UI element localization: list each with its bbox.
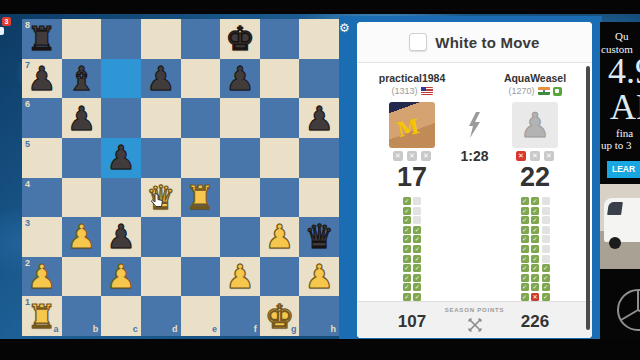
result-empty-box — [542, 197, 550, 205]
player-rating-row: (1270) — [480, 86, 590, 96]
board-square-e5[interactable] — [181, 138, 221, 178]
top-letterbox-bar — [0, 0, 640, 14]
board-square-g6[interactable] — [260, 98, 300, 138]
panel-scrollbar[interactable] — [586, 66, 590, 330]
board-square-c8[interactable] — [101, 19, 141, 59]
board-square-b6[interactable]: ♟ — [62, 98, 102, 138]
player-name[interactable]: AquaWeasel — [480, 72, 590, 84]
board-square-e3[interactable] — [181, 217, 221, 257]
result-correct-icon: ✓ — [403, 255, 411, 263]
board-square-g4[interactable] — [260, 178, 300, 218]
white-pawn[interactable]: ♟ — [101, 257, 141, 297]
board-square-a8[interactable]: 8♜ — [22, 19, 62, 59]
white-pawn[interactable]: ♟ — [62, 217, 102, 257]
puzzle-battle-panel: White to Move practical1984 (1313) M ✕✕✕… — [357, 22, 592, 338]
result-empty-box — [542, 207, 550, 215]
result-empty-box — [542, 235, 550, 243]
india-flag-icon — [538, 87, 550, 95]
chess-board[interactable]: 8♜♚7♟♝♟♟6♟♟5♟4♛♜3♟♟♟♛2♟♟♟♟1a♜bcdefg♚h — [22, 19, 339, 336]
result-correct-icon: ✓ — [521, 293, 529, 301]
file-label: d — [172, 325, 178, 334]
board-square-c5[interactable]: ♟ — [101, 138, 141, 178]
result-correct-icon: ✓ — [413, 255, 421, 263]
result-correct-icon: ✓ — [521, 207, 529, 215]
van-image — [600, 184, 640, 269]
result-row: ✓✓ — [357, 293, 467, 301]
white-pawn[interactable]: ♟ — [22, 257, 62, 297]
result-row: ✓✓ — [480, 235, 590, 243]
result-correct-icon: ✓ — [413, 283, 421, 291]
file-label: h — [331, 325, 337, 334]
result-correct-icon: ✓ — [542, 293, 550, 301]
result-empty-box — [413, 197, 421, 205]
board-square-f5[interactable] — [220, 138, 260, 178]
board-square-b5[interactable] — [62, 138, 102, 178]
board-square-g7[interactable] — [260, 59, 300, 99]
cursor-hand-icon — [149, 192, 165, 208]
learn-more-button[interactable]: LEAR — [607, 161, 640, 178]
file-label: b — [93, 325, 99, 334]
result-correct-icon: ✓ — [413, 235, 421, 243]
result-empty-box — [542, 255, 550, 263]
result-correct-icon: ✓ — [531, 264, 539, 272]
result-correct-icon: ✓ — [413, 264, 421, 272]
result-correct-icon: ✓ — [403, 216, 411, 224]
result-correct-icon: ✓ — [403, 274, 411, 282]
result-row: ✓✓ — [357, 274, 467, 282]
file-label: e — [212, 325, 217, 334]
board-square-h2[interactable]: ♟ — [299, 257, 339, 297]
file-label: f — [254, 325, 257, 334]
board-square-c4[interactable] — [101, 178, 141, 218]
result-row: ✓✓ — [480, 255, 590, 263]
board-square-h6[interactable]: ♟ — [299, 98, 339, 138]
result-correct-icon: ✓ — [521, 216, 529, 224]
result-correct-icon: ✓ — [413, 274, 421, 282]
board-square-f8[interactable]: ♚ — [220, 19, 260, 59]
result-correct-icon: ✓ — [542, 274, 550, 282]
result-row: ✓ — [357, 197, 467, 205]
board-square-h5[interactable] — [299, 138, 339, 178]
result-row: ✓✓ — [357, 245, 467, 253]
result-row: ✓ — [357, 207, 467, 215]
result-correct-icon: ✓ — [542, 283, 550, 291]
result-empty-box — [413, 207, 421, 215]
board-square-b8[interactable] — [62, 19, 102, 59]
result-row: ✓✓ — [480, 207, 590, 215]
result-correct-icon: ✓ — [521, 255, 529, 263]
strike-unused-icon: ✕ — [393, 151, 403, 161]
black-king[interactable]: ♚ — [220, 19, 260, 59]
season-footer: SEASON POINTS 107 226 — [357, 301, 592, 338]
result-row: ✓✓ — [357, 255, 467, 263]
board-square-h8[interactable] — [299, 19, 339, 59]
board-square-a5[interactable]: 5 — [22, 138, 62, 178]
result-correct-icon: ✓ — [531, 216, 539, 224]
result-row: ✓✓✓ — [480, 283, 590, 291]
board-square-f4[interactable] — [220, 178, 260, 218]
board-square-g1[interactable]: g♚ — [260, 296, 300, 336]
to-move-title: White to Move — [435, 34, 539, 51]
player-avatar: ♟ — [512, 102, 558, 148]
result-row: ✓ — [357, 216, 467, 224]
result-row: ✓✓ — [480, 245, 590, 253]
player-rating: (1270) — [508, 86, 534, 96]
to-move-header: White to Move — [357, 22, 592, 63]
result-correct-icon: ✓ — [413, 293, 421, 301]
board-square-d5[interactable] — [141, 138, 181, 178]
result-empty-box — [542, 226, 550, 234]
result-correct-icon: ✓ — [403, 293, 411, 301]
result-correct-icon: ✓ — [521, 264, 529, 272]
player-score: 17 — [357, 162, 467, 193]
board-square-a2[interactable]: 2♟ — [22, 257, 62, 297]
result-correct-icon: ✓ — [403, 264, 411, 272]
result-row: ✓✓✓ — [480, 264, 590, 272]
result-correct-icon: ✓ — [521, 245, 529, 253]
board-square-d1[interactable]: d — [141, 296, 181, 336]
strike-unused-icon: ✕ — [544, 151, 554, 161]
board-square-d2[interactable] — [141, 257, 181, 297]
board-square-f1[interactable]: f — [220, 296, 260, 336]
ad-text-line: fina — [616, 127, 633, 139]
file-label: c — [133, 325, 138, 334]
strike-unused-icon: ✕ — [421, 151, 431, 161]
result-correct-icon: ✓ — [403, 207, 411, 215]
result-correct-icon: ✓ — [531, 283, 539, 291]
season-points-value: 226 — [480, 312, 590, 332]
board-square-g2[interactable] — [260, 257, 300, 297]
white-side-icon — [409, 33, 427, 51]
ad-text-line: up to 3 — [601, 139, 632, 151]
black-rook[interactable]: ♜ — [22, 19, 62, 59]
board-square-h1[interactable]: h — [299, 296, 339, 336]
result-row: ✓✓✓ — [480, 274, 590, 282]
black-bishop[interactable]: ♝ — [62, 59, 102, 99]
board-square-f2[interactable]: ♟ — [220, 257, 260, 297]
board-square-h7[interactable] — [299, 59, 339, 99]
white-pawn[interactable]: ♟ — [260, 217, 300, 257]
board-square-a7[interactable]: 7♟ — [22, 59, 62, 99]
board-square-a1[interactable]: 1a♜ — [22, 296, 62, 336]
player-rating: (1313) — [391, 86, 417, 96]
board-square-b2[interactable] — [62, 257, 102, 297]
board-square-e2[interactable] — [181, 257, 221, 297]
rank-label: 3 — [25, 219, 30, 228]
result-correct-icon: ✓ — [531, 274, 539, 282]
board-square-c1[interactable]: c — [101, 296, 141, 336]
black-queen[interactable]: ♛ — [299, 217, 339, 257]
white-rook[interactable]: ♜ — [22, 296, 62, 336]
result-correct-icon: ✓ — [531, 207, 539, 215]
ad-text-line: AP — [610, 86, 640, 128]
strike-unused-icon: ✕ — [530, 151, 540, 161]
board-square-a3[interactable]: 3 — [22, 217, 62, 257]
us-flag-icon — [421, 87, 433, 95]
board-square-d6[interactable] — [141, 98, 181, 138]
result-row: ✓✓ — [357, 283, 467, 291]
board-square-e6[interactable] — [181, 98, 221, 138]
lightning-icon — [459, 112, 489, 138]
white-rook[interactable]: ♜ — [181, 178, 221, 218]
strike-unused-icon: ✕ — [407, 151, 417, 161]
settings-gear-icon[interactable]: ⚙ — [338, 22, 351, 35]
result-empty-box — [542, 245, 550, 253]
mercedes-logo-icon — [616, 288, 640, 332]
board-square-c3[interactable]: ♟ — [101, 217, 141, 257]
result-wrong-icon: ✕ — [531, 293, 539, 301]
board-square-a6[interactable]: 6 — [22, 98, 62, 138]
notification-badge: 3 — [2, 17, 11, 26]
rank-label: 5 — [25, 140, 30, 149]
strike-used-icon: ✕ — [516, 151, 526, 161]
board-square-d3[interactable] — [141, 217, 181, 257]
board-square-f7[interactable]: ♟ — [220, 59, 260, 99]
ad-text-line: Qu — [615, 30, 628, 42]
result-correct-icon: ✓ — [521, 274, 529, 282]
white-pawn[interactable]: ♟ — [299, 257, 339, 297]
result-row: ✓✓ — [480, 216, 590, 224]
board-square-g5[interactable] — [260, 138, 300, 178]
result-row: ✓✓ — [357, 226, 467, 234]
board-square-e4[interactable]: ♜ — [181, 178, 221, 218]
puzzle-results-grid: ✓✓✓✓✓✓✓✓✓✓✓✓✓✓✓✓✓✓✓ — [357, 197, 467, 301]
result-correct-icon: ✓ — [531, 255, 539, 263]
result-correct-icon: ✓ — [521, 235, 529, 243]
result-correct-icon: ✓ — [521, 197, 529, 205]
result-correct-icon: ✓ — [542, 264, 550, 272]
bottom-letterbox-bar — [0, 339, 640, 360]
rank-label: 4 — [25, 180, 30, 189]
board-square-g8[interactable] — [260, 19, 300, 59]
default-pawn-avatar-icon: ♟ — [520, 108, 550, 142]
board-square-f3[interactable] — [220, 217, 260, 257]
result-empty-box — [542, 216, 550, 224]
white-king[interactable]: ♚ — [260, 296, 300, 336]
result-row: ✓✓ — [480, 226, 590, 234]
board-square-h4[interactable] — [299, 178, 339, 218]
board-square-b3[interactable]: ♟ — [62, 217, 102, 257]
result-correct-icon: ✓ — [531, 245, 539, 253]
membership-badge-icon — [553, 87, 562, 96]
black-pawn[interactable]: ♟ — [22, 59, 62, 99]
player-rating-row: (1313) — [357, 86, 467, 96]
board-square-c6[interactable] — [101, 98, 141, 138]
black-pawn[interactable]: ♟ — [101, 138, 141, 178]
player-name[interactable]: practical1984 — [357, 72, 467, 84]
board-square-d7[interactable]: ♟ — [141, 59, 181, 99]
board-square-e8[interactable] — [181, 19, 221, 59]
result-row: ✓✓ — [480, 197, 590, 205]
board-square-b1[interactable]: b — [62, 296, 102, 336]
black-pawn[interactable]: ♟ — [141, 59, 181, 99]
battle-timer: 1:28 — [442, 148, 507, 164]
result-empty-box — [413, 216, 421, 224]
result-correct-icon: ✓ — [403, 226, 411, 234]
result-correct-icon: ✓ — [403, 235, 411, 243]
board-square-a4[interactable]: 4 — [22, 178, 62, 218]
result-correct-icon: ✓ — [531, 226, 539, 234]
white-pawn[interactable]: ♟ — [220, 257, 260, 297]
board-square-h3[interactable]: ♛ — [299, 217, 339, 257]
board-square-e7[interactable] — [181, 59, 221, 99]
board-square-g3[interactable]: ♟ — [260, 217, 300, 257]
board-square-e1[interactable]: e — [181, 296, 221, 336]
result-row: ✓✕✓ — [480, 293, 590, 301]
avatar-photo-detail: M — [395, 116, 421, 140]
board-square-b7[interactable]: ♝ — [62, 59, 102, 99]
result-correct-icon: ✓ — [403, 245, 411, 253]
result-row: ✓✓ — [357, 235, 467, 243]
board-square-f6[interactable] — [220, 98, 260, 138]
result-correct-icon: ✓ — [531, 235, 539, 243]
result-correct-icon: ✓ — [403, 283, 411, 291]
rank-label: 6 — [25, 100, 30, 109]
board-square-d8[interactable] — [141, 19, 181, 59]
edge-icon-sliver — [0, 27, 4, 35]
result-correct-icon: ✓ — [413, 245, 421, 253]
result-correct-icon: ✓ — [413, 226, 421, 234]
result-correct-icon: ✓ — [521, 226, 529, 234]
player-score: 22 — [480, 162, 590, 193]
result-correct-icon: ✓ — [521, 283, 529, 291]
board-square-c2[interactable]: ♟ — [101, 257, 141, 297]
black-pawn[interactable]: ♟ — [220, 59, 260, 99]
board-square-c7[interactable] — [101, 59, 141, 99]
black-pawn[interactable]: ♟ — [101, 217, 141, 257]
result-correct-icon: ✓ — [403, 197, 411, 205]
season-points-value: 107 — [357, 312, 467, 332]
player-avatar: M — [389, 102, 435, 148]
board-square-b4[interactable] — [62, 178, 102, 218]
black-pawn[interactable]: ♟ — [62, 98, 102, 138]
puzzle-results-grid: ✓✓✓✓✓✓✓✓✓✓✓✓✓✓✓✓✓✓✓✓✓✓✓✓✕✓ — [480, 197, 590, 301]
result-correct-icon: ✓ — [531, 197, 539, 205]
black-pawn[interactable]: ♟ — [299, 98, 339, 138]
result-row: ✓✓ — [357, 264, 467, 272]
ad-banner: Qu custom 4.9 AP fina up to 3 LEAR — [600, 22, 640, 339]
